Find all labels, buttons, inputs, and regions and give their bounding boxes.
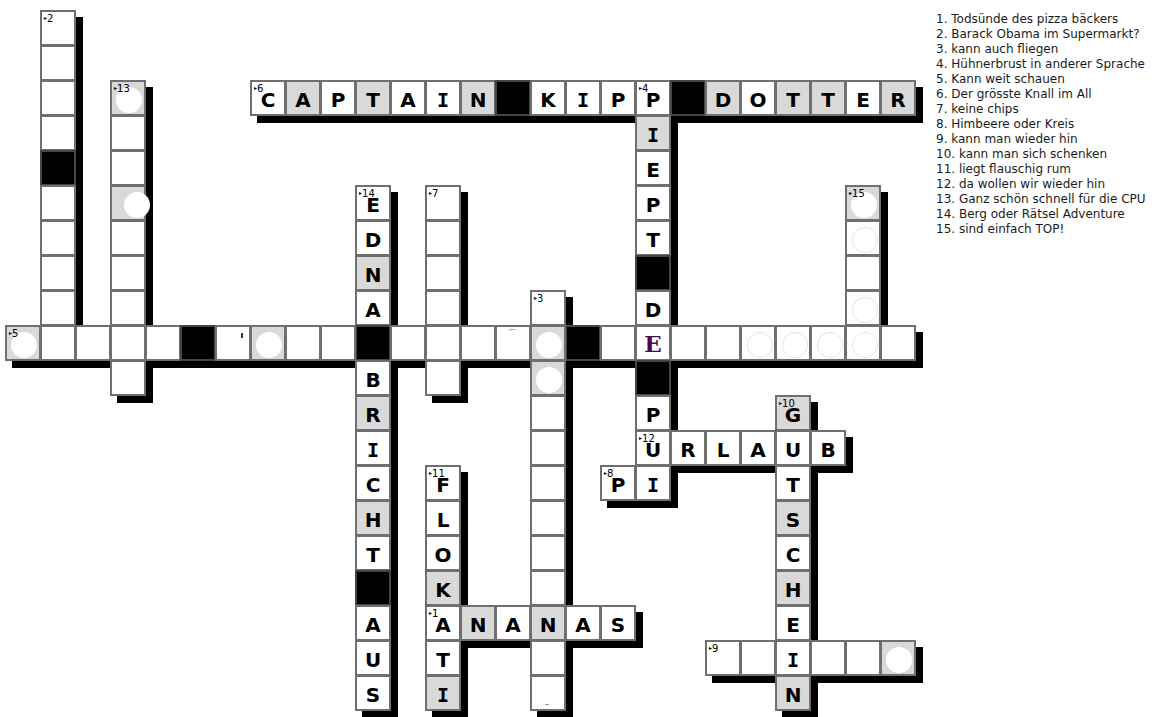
clue-item-1: 1. Todsünde des pizza bäckers	[936, 12, 1146, 27]
cell-r13c15[interactable]	[530, 465, 566, 501]
cell-r13c17[interactable]: P▸8	[600, 465, 636, 501]
clue-number-label: ▸11	[429, 468, 445, 479]
cell-r12c18[interactable]: U▸12	[635, 430, 671, 466]
cell-r11c15[interactable]	[530, 395, 566, 431]
cell-r15c22[interactable]: C	[775, 535, 811, 571]
clue-number-label: ▸6	[254, 83, 263, 94]
cell-letter: E	[856, 90, 870, 110]
cell-letter: H	[785, 580, 802, 600]
cell-r3c3[interactable]	[110, 115, 146, 151]
clue-number-label: ▸1	[429, 608, 438, 619]
white-circle-mark	[536, 367, 562, 393]
cell-r12c23[interactable]: B	[810, 430, 846, 466]
label-arrow-icon: ▸	[254, 84, 257, 91]
cell-r6c18[interactable]: T	[635, 220, 671, 256]
cell-r4c3[interactable]	[110, 150, 146, 186]
separator-cell-r4c1	[40, 150, 76, 186]
cell-r16c15[interactable]	[530, 570, 566, 606]
cell-letter: N	[365, 265, 382, 285]
cell-r13c18[interactable]: I	[635, 465, 671, 501]
cell-letter: S	[786, 510, 800, 530]
cell-letter: S	[611, 615, 625, 635]
cell-letter: P	[646, 405, 661, 425]
clue-number-label: ▸2	[44, 13, 53, 24]
cell-r12c19[interactable]: R	[670, 430, 706, 466]
cell-letter: L	[437, 510, 450, 530]
cell-r2c21[interactable]: O	[740, 80, 776, 116]
cell-r8c18[interactable]: D	[635, 290, 671, 326]
cell-r9c13[interactable]	[460, 325, 496, 361]
white-circle-mark	[852, 297, 878, 323]
clue-number-label: ▸12	[639, 433, 655, 444]
cell-r2c15[interactable]: K	[530, 80, 566, 116]
clue-item-8: 8. Himbeere oder Kreis	[936, 117, 1146, 132]
white-circle-mark	[886, 647, 912, 673]
clue-item-7: 7. keine chips	[936, 102, 1146, 117]
clue-item-15: 15. sind einfach TOP!	[936, 222, 1146, 237]
cell-r18c21[interactable]	[740, 640, 776, 676]
cell-r2c11[interactable]: A	[390, 80, 426, 116]
cell-letter: U	[365, 650, 381, 670]
cell-letter: B	[365, 370, 380, 390]
artifact-mark: ⌒	[507, 329, 518, 340]
label-arrow-icon: ▸	[709, 644, 712, 651]
clue-number-label: ▸4	[639, 83, 648, 94]
clue-item-11: 11. liegt flauschig rum	[936, 162, 1146, 177]
cell-r17c17[interactable]: S	[600, 605, 636, 641]
label-arrow-icon: ▸	[849, 189, 852, 196]
cell-letter: E	[644, 332, 662, 355]
cell-r9c14[interactable]: ⌒	[495, 325, 531, 361]
separator-cell-r16c10	[355, 570, 391, 606]
clue-number-label: ▸14	[359, 188, 375, 199]
cell-r2c12[interactable]: I	[425, 80, 461, 116]
cell-r11c10[interactable]: R	[355, 395, 391, 431]
cell-r6c1[interactable]	[40, 220, 76, 256]
clue-item-2: 2. Barack Obama im Supermarkt?	[936, 27, 1146, 42]
cell-letter: H	[365, 510, 382, 530]
cell-letter: R	[365, 405, 380, 425]
cell-r9c25[interactable]	[880, 325, 916, 361]
cell-r7c10[interactable]: N	[355, 255, 391, 291]
cell-r2c22[interactable]: T	[775, 80, 811, 116]
clue-item-6: 6. Der grösste Knall im All	[936, 87, 1146, 102]
cell-r9c23[interactable]	[810, 325, 846, 361]
label-arrow-icon: ▸	[44, 14, 47, 21]
cell-r9c3[interactable]	[110, 325, 146, 361]
cell-r19c10[interactable]: S	[355, 675, 391, 711]
separator-cell-r9c5	[180, 325, 216, 361]
cell-letter: O	[749, 90, 766, 110]
cell-r14c22[interactable]: S	[775, 500, 811, 536]
cell-r5c24[interactable]: ▸15	[845, 185, 881, 221]
cell-r8c1[interactable]	[40, 290, 76, 326]
crossword-board: ▸2▸13C▸6APTAINKIPP▸4DOTTERIEPTDEPU▸12IE▸…	[0, 0, 940, 717]
cell-r9c1[interactable]	[40, 325, 76, 361]
cell-letter: A	[400, 90, 415, 110]
cell-r8c15[interactable]: ▸3	[530, 290, 566, 326]
cell-r2c1[interactable]	[40, 80, 76, 116]
cell-r4c18[interactable]: E	[635, 150, 671, 186]
cell-r5c1[interactable]	[40, 185, 76, 221]
cell-r2c20[interactable]: D	[705, 80, 741, 116]
cell-r8c24[interactable]	[845, 290, 881, 326]
cell-r6c3[interactable]	[110, 220, 146, 256]
separator-cell-r10c18	[635, 360, 671, 396]
clue-number-label: ▸5	[9, 328, 18, 339]
cell-r6c12[interactable]	[425, 220, 461, 256]
cell-letter: I	[647, 125, 659, 145]
cell-r13c10[interactable]: C	[355, 465, 391, 501]
label-arrow-icon: ▸	[429, 469, 432, 476]
cell-r9c22[interactable]	[775, 325, 811, 361]
label-arrow-icon: ▸	[779, 399, 782, 406]
cell-letter: R	[680, 440, 695, 460]
cell-r2c18[interactable]: P▸4	[635, 80, 671, 116]
cell-r12c15[interactable]	[530, 430, 566, 466]
cell-r17c13[interactable]: N	[460, 605, 496, 641]
cell-r9c2[interactable]	[75, 325, 111, 361]
label-arrow-icon: ▸	[604, 469, 607, 476]
cell-r8c12[interactable]	[425, 290, 461, 326]
cell-r5c12[interactable]: ▸7	[425, 185, 461, 221]
cell-letter: A	[365, 300, 380, 320]
clue-item-5: 5. Kann weit schauen	[936, 72, 1146, 87]
cell-r9c17[interactable]	[600, 325, 636, 361]
artifact-mark: ‐	[545, 699, 549, 709]
cell-r12c21[interactable]: A	[740, 430, 776, 466]
cell-r18c22[interactable]: I	[775, 640, 811, 676]
cell-r11c22[interactable]: G▸10	[775, 395, 811, 431]
clue-number-label: ▸7	[429, 188, 438, 199]
cell-letter: T	[366, 545, 380, 565]
cell-r8c3[interactable]	[110, 290, 146, 326]
cell-letter: O	[434, 545, 451, 565]
white-circle-mark	[124, 192, 150, 218]
cell-r9c12[interactable]	[425, 325, 461, 361]
artifact-mark	[241, 333, 243, 338]
cell-r19c22[interactable]: N	[775, 675, 811, 711]
cell-r7c24[interactable]	[845, 255, 881, 291]
clue-item-12: 12. da wollen wir wieder hin	[936, 177, 1146, 192]
cell-r19c12[interactable]: I	[425, 675, 461, 711]
white-circle-mark	[256, 332, 282, 358]
cell-r9c11[interactable]	[390, 325, 426, 361]
cell-letter: K	[540, 90, 556, 110]
cell-letter: T	[786, 90, 800, 110]
cell-letter: T	[436, 650, 450, 670]
cell-r2c7[interactable]: C▸6	[250, 80, 286, 116]
cell-letter: B	[820, 440, 835, 460]
cell-letter: E	[646, 160, 660, 180]
cell-letter: C	[366, 475, 381, 495]
cell-letter: K	[435, 580, 451, 600]
label-arrow-icon: ▸	[429, 609, 432, 616]
cell-r9c6[interactable]	[215, 325, 251, 361]
cell-r9c21[interactable]	[740, 325, 776, 361]
cell-letter: P	[611, 90, 626, 110]
label-arrow-icon: ▸	[534, 294, 537, 301]
cell-r6c10[interactable]: D	[355, 220, 391, 256]
cell-r12c22[interactable]: U	[775, 430, 811, 466]
cell-letter: T	[366, 90, 380, 110]
cell-r9c8[interactable]	[285, 325, 321, 361]
cell-r2c9[interactable]: P	[320, 80, 356, 116]
cell-r9c4[interactable]	[145, 325, 181, 361]
cell-r2c16[interactable]: I	[565, 80, 601, 116]
cell-r7c3[interactable]	[110, 255, 146, 291]
cell-r14c15[interactable]	[530, 500, 566, 536]
cell-r5c10[interactable]: E▸14	[355, 185, 391, 221]
cell-letter: N	[470, 90, 487, 110]
cell-r17c14[interactable]: A	[495, 605, 531, 641]
cell-letter: T	[821, 90, 835, 110]
cell-letter: I	[367, 440, 379, 460]
cell-letter: A	[750, 440, 765, 460]
separator-cell-r7c18	[635, 255, 671, 291]
cell-r15c12[interactable]: O	[425, 535, 461, 571]
cell-r5c3[interactable]	[110, 185, 146, 221]
cell-r2c23[interactable]: T	[810, 80, 846, 116]
cell-r17c22[interactable]: E	[775, 605, 811, 641]
cell-r9c19[interactable]	[670, 325, 706, 361]
clue-number-label: ▸13	[114, 83, 130, 94]
cell-letter: A	[575, 615, 590, 635]
cell-r18c15[interactable]	[530, 640, 566, 676]
cell-r15c10[interactable]: T	[355, 535, 391, 571]
separator-cell-r2c19	[670, 80, 706, 116]
cell-letter: D	[645, 300, 662, 320]
cell-r9c24[interactable]	[845, 325, 881, 361]
cell-letter: I	[647, 475, 659, 495]
cell-r2c8[interactable]: A	[285, 80, 321, 116]
cell-letter: T	[646, 230, 660, 250]
cell-letter: I	[437, 685, 449, 705]
cell-r9c18[interactable]: E	[635, 325, 671, 361]
cell-r13c12[interactable]: F▸11	[425, 465, 461, 501]
cell-letter: E	[786, 615, 800, 635]
label-arrow-icon: ▸	[639, 84, 642, 91]
cell-r12c20[interactable]: L	[705, 430, 741, 466]
clue-item-14: 14. Berg oder Rätsel Adventure	[936, 207, 1146, 222]
cell-r1c1[interactable]	[40, 45, 76, 81]
white-circle-mark	[536, 332, 562, 358]
cell-letter: D	[365, 230, 382, 250]
clue-number-label: ▸10	[779, 398, 795, 409]
cell-r10c10[interactable]: B	[355, 360, 391, 396]
label-arrow-icon: ▸	[114, 84, 117, 91]
cell-letter: A	[365, 615, 380, 635]
cell-r2c13[interactable]: N	[460, 80, 496, 116]
cell-letter: N	[470, 615, 487, 635]
clue-item-13: 13. Ganz schön schnell für die CPU	[936, 192, 1146, 207]
clues-panel: 1. Todsünde des pizza bäckers2. Barack O…	[936, 12, 1146, 237]
clue-number-label: ▸8	[604, 468, 613, 479]
cell-letter: S	[366, 685, 380, 705]
label-arrow-icon: ▸	[429, 189, 432, 196]
cell-r18c12[interactable]: T	[425, 640, 461, 676]
white-circle-mark	[747, 332, 773, 358]
label-arrow-icon: ▸	[9, 329, 12, 336]
cell-r17c10[interactable]: A	[355, 605, 391, 641]
cell-r7c1[interactable]	[40, 255, 76, 291]
cell-r9c9[interactable]	[320, 325, 356, 361]
white-circle-mark	[817, 332, 843, 358]
cell-letter: R	[890, 90, 905, 110]
cell-letter: I	[437, 90, 449, 110]
cell-letter: D	[715, 90, 732, 110]
cell-r17c15[interactable]: N	[530, 605, 566, 641]
cell-r2c25[interactable]: R	[880, 80, 916, 116]
white-circle-mark	[782, 332, 808, 358]
label-arrow-icon: ▸	[359, 189, 362, 196]
cell-letter: T	[786, 475, 800, 495]
cell-letter: I	[577, 90, 589, 110]
cell-r15c15[interactable]	[530, 535, 566, 571]
cell-letter: C	[786, 545, 801, 565]
clue-item-3: 3. kann auch fliegen	[936, 42, 1146, 57]
separator-cell-r9c10	[355, 325, 391, 361]
white-circle-mark	[852, 227, 878, 253]
cell-r3c18[interactable]: I	[635, 115, 671, 151]
separator-cell-r9c16	[565, 325, 601, 361]
cell-r18c23[interactable]	[810, 640, 846, 676]
cell-r16c12[interactable]: K	[425, 570, 461, 606]
cell-letter: P	[331, 90, 346, 110]
cell-r14c12[interactable]: L	[425, 500, 461, 536]
cell-r9c15[interactable]	[530, 325, 566, 361]
clue-number-label: ▸9	[709, 643, 718, 654]
cell-r13c22[interactable]: T	[775, 465, 811, 501]
cell-letter: I	[787, 650, 799, 670]
clue-number-label: ▸15	[849, 188, 865, 199]
cell-r9c0[interactable]: ▸5	[5, 325, 41, 361]
cell-letter: N	[540, 615, 557, 635]
cell-letter: L	[717, 440, 730, 460]
cell-r9c20[interactable]	[705, 325, 741, 361]
cell-letter: A	[295, 90, 310, 110]
cell-letter: U	[785, 440, 801, 460]
cell-r6c24[interactable]	[845, 220, 881, 256]
cell-letter: P	[646, 195, 661, 215]
cell-r10c15[interactable]	[530, 360, 566, 396]
clue-number-label: ▸3	[534, 293, 543, 304]
cell-r17c16[interactable]: A	[565, 605, 601, 641]
cell-r10c12[interactable]	[425, 360, 461, 396]
white-circle-mark	[852, 332, 878, 358]
cell-r12c10[interactable]: I	[355, 430, 391, 466]
clue-item-4: 4. Hühnerbrust in anderer Sprache	[936, 57, 1146, 72]
cell-r19c15[interactable]: ‐	[530, 675, 566, 711]
cell-r2c3[interactable]: ▸13	[110, 80, 146, 116]
cell-r2c17[interactable]: P	[600, 80, 636, 116]
cell-r11c18[interactable]: P	[635, 395, 671, 431]
cell-r8c10[interactable]: A	[355, 290, 391, 326]
cell-letter: N	[785, 685, 802, 705]
cell-r16c22[interactable]: H	[775, 570, 811, 606]
cell-r14c10[interactable]: H	[355, 500, 391, 536]
cell-r18c10[interactable]: U	[355, 640, 391, 676]
clue-item-10: 10. kann man sich schenken	[936, 147, 1146, 162]
cell-r9c7[interactable]	[250, 325, 286, 361]
cell-r2c24[interactable]: E	[845, 80, 881, 116]
cell-r7c12[interactable]	[425, 255, 461, 291]
cell-r0c1[interactable]: ▸2	[40, 10, 76, 46]
cell-r5c18[interactable]: P	[635, 185, 671, 221]
label-arrow-icon: ▸	[639, 434, 642, 441]
cell-r18c24[interactable]	[845, 640, 881, 676]
separator-cell-r2c14	[495, 80, 531, 116]
clue-item-9: 9. kann man wieder hin	[936, 132, 1146, 147]
cell-r3c1[interactable]	[40, 115, 76, 151]
cell-r18c20[interactable]: ▸9	[705, 640, 741, 676]
cell-r18c25[interactable]	[880, 640, 916, 676]
cell-r10c3[interactable]	[110, 360, 146, 396]
cell-letter: A	[505, 615, 520, 635]
cell-r2c10[interactable]: T	[355, 80, 391, 116]
cell-r17c12[interactable]: A▸1	[425, 605, 461, 641]
